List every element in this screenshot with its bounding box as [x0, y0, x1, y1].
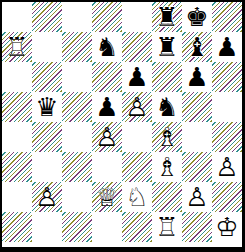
- black-knight-piece: ♞: [92, 32, 122, 62]
- square-f1[interactable]: ♜♖: [152, 212, 182, 242]
- square-d8[interactable]: [92, 2, 122, 32]
- square-e3[interactable]: [122, 152, 152, 182]
- square-h7[interactable]: ♟: [212, 32, 242, 62]
- square-e1[interactable]: [122, 212, 152, 242]
- square-g4[interactable]: [182, 122, 212, 152]
- square-f8[interactable]: ♜: [152, 2, 182, 32]
- black-pawn-piece: ♟: [212, 32, 242, 62]
- square-c8[interactable]: [62, 2, 92, 32]
- square-b3[interactable]: [32, 152, 62, 182]
- square-a4[interactable]: [2, 122, 32, 152]
- square-g1[interactable]: [182, 212, 212, 242]
- square-d5[interactable]: ♟: [92, 92, 122, 122]
- square-d2[interactable]: ♛♕: [92, 182, 122, 212]
- square-e4[interactable]: [122, 122, 152, 152]
- white-pawn-piece: ♙: [182, 182, 212, 212]
- square-b6[interactable]: [32, 62, 62, 92]
- square-g6[interactable]: ♟: [182, 62, 212, 92]
- square-d4[interactable]: ♟♙: [92, 122, 122, 152]
- white-pawn-piece: ♙: [212, 152, 242, 182]
- square-a8[interactable]: [2, 2, 32, 32]
- square-f2[interactable]: [152, 182, 182, 212]
- white-queen-fill: ♛: [92, 182, 122, 212]
- square-a5[interactable]: [2, 92, 32, 122]
- white-bishop-piece: ♗: [152, 152, 182, 182]
- white-rook-piece: ♖: [152, 212, 182, 242]
- square-d1[interactable]: [92, 212, 122, 242]
- square-d3[interactable]: [92, 152, 122, 182]
- white-pawn-fill: ♟: [92, 122, 122, 152]
- square-b8[interactable]: [32, 2, 62, 32]
- white-knight-piece: ♘: [122, 182, 152, 212]
- square-b7[interactable]: [32, 32, 62, 62]
- square-h1[interactable]: ♚♔: [212, 212, 242, 242]
- square-c1[interactable]: [62, 212, 92, 242]
- square-h4[interactable]: [212, 122, 242, 152]
- square-c2[interactable]: [62, 182, 92, 212]
- square-g2[interactable]: ♟♙: [182, 182, 212, 212]
- square-c4[interactable]: [62, 122, 92, 152]
- white-bishop-fill: ♝: [152, 152, 182, 182]
- square-c6[interactable]: [62, 62, 92, 92]
- square-f6[interactable]: [152, 62, 182, 92]
- black-pawn-piece: ♟: [182, 62, 212, 92]
- black-rook-piece: ♜: [152, 32, 182, 62]
- square-a3[interactable]: [2, 152, 32, 182]
- square-h8[interactable]: [212, 2, 242, 32]
- white-bishop-piece: ♗: [152, 122, 182, 152]
- white-pawn-fill: ♟: [122, 92, 152, 122]
- black-bishop-piece: ♝: [182, 32, 212, 62]
- white-queen-piece: ♕: [92, 182, 122, 212]
- square-e5[interactable]: ♟♙: [122, 92, 152, 122]
- square-f4[interactable]: ♝♗: [152, 122, 182, 152]
- chess-diagram: ♜♚♜♖♞♜♝♟♟♟♛♟♟♙♞♟♙♝♗♝♗♟♙♟♙♛♕♞♘♟♙♜♖♚♔: [0, 0, 245, 252]
- square-f3[interactable]: ♝♗: [152, 152, 182, 182]
- white-king-fill: ♚: [212, 212, 242, 242]
- square-b2[interactable]: ♟♙: [32, 182, 62, 212]
- board-bottom-gap: [2, 242, 242, 244]
- square-b1[interactable]: [32, 212, 62, 242]
- white-king-piece: ♔: [212, 212, 242, 242]
- square-e7[interactable]: [122, 32, 152, 62]
- square-e8[interactable]: [122, 2, 152, 32]
- white-rook-fill: ♜: [2, 32, 32, 62]
- square-h3[interactable]: ♟♙: [212, 152, 242, 182]
- black-pawn-piece: ♟: [92, 92, 122, 122]
- square-a2[interactable]: [2, 182, 32, 212]
- white-pawn-fill: ♟: [32, 182, 62, 212]
- square-e6[interactable]: ♟: [122, 62, 152, 92]
- square-e2[interactable]: ♞♘: [122, 182, 152, 212]
- chess-board: ♜♚♜♖♞♜♝♟♟♟♛♟♟♙♞♟♙♝♗♝♗♟♙♟♙♛♕♞♘♟♙♜♖♚♔: [2, 2, 242, 242]
- square-c5[interactable]: [62, 92, 92, 122]
- square-a6[interactable]: [2, 62, 32, 92]
- square-g3[interactable]: [182, 152, 212, 182]
- square-c3[interactable]: [62, 152, 92, 182]
- square-g8[interactable]: ♚: [182, 2, 212, 32]
- black-queen-piece: ♛: [32, 92, 62, 122]
- black-pawn-piece: ♟: [122, 62, 152, 92]
- square-g7[interactable]: ♝: [182, 32, 212, 62]
- white-knight-fill: ♞: [122, 182, 152, 212]
- square-c7[interactable]: [62, 32, 92, 62]
- black-king-piece: ♚: [182, 2, 212, 32]
- white-rook-piece: ♖: [2, 32, 32, 62]
- white-pawn-piece: ♙: [92, 122, 122, 152]
- square-b4[interactable]: [32, 122, 62, 152]
- black-rook-piece: ♜: [152, 2, 182, 32]
- square-h5[interactable]: [212, 92, 242, 122]
- square-a7[interactable]: ♜♖: [2, 32, 32, 62]
- square-f7[interactable]: ♜: [152, 32, 182, 62]
- square-g5[interactable]: [182, 92, 212, 122]
- black-knight-piece: ♞: [152, 92, 182, 122]
- white-pawn-fill: ♟: [182, 182, 212, 212]
- square-h6[interactable]: [212, 62, 242, 92]
- square-f5[interactable]: ♞: [152, 92, 182, 122]
- square-d6[interactable]: [92, 62, 122, 92]
- white-pawn-piece: ♙: [122, 92, 152, 122]
- white-pawn-piece: ♙: [32, 182, 62, 212]
- white-pawn-fill: ♟: [212, 152, 242, 182]
- white-bishop-fill: ♝: [152, 122, 182, 152]
- square-a1[interactable]: [2, 212, 32, 242]
- square-d7[interactable]: ♞: [92, 32, 122, 62]
- square-b5[interactable]: ♛: [32, 92, 62, 122]
- white-rook-fill: ♜: [152, 212, 182, 242]
- square-h2[interactable]: [212, 182, 242, 212]
